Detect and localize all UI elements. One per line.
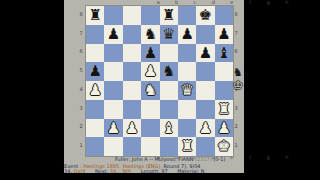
black-bishop-piece: ♝ (217, 44, 230, 63)
file-label-g: g (259, 0, 277, 5)
file-label-h: h (278, 155, 296, 160)
players-title: Fuller, John A -- Mulyoso, FIANN (2317) … (115, 157, 225, 163)
square-d2[interactable] (141, 119, 159, 138)
square-c2[interactable]: ♟ (123, 119, 141, 138)
rank-label-8: 8 (78, 5, 84, 24)
black-pawn-piece: ♟ (88, 62, 101, 81)
square-a4[interactable]: ♟ (86, 81, 104, 100)
square-h6[interactable]: ♝ (215, 44, 233, 63)
file-label-g: g (259, 155, 277, 160)
square-e8[interactable]: ♜ (160, 6, 178, 25)
square-h2[interactable]: ♟ (215, 119, 233, 138)
white-king-turn-icon: ♔ (233, 79, 243, 92)
square-f4[interactable]: ♛ (178, 81, 196, 100)
square-a2[interactable] (86, 119, 104, 138)
letterbox-bottom (0, 173, 320, 180)
letterbox-right (244, 0, 320, 180)
square-a7[interactable] (86, 25, 104, 44)
square-g8[interactable]: ♚ (196, 6, 214, 25)
white-king-piece: ♚ (217, 137, 230, 156)
square-h4[interactable] (215, 81, 233, 100)
chess-board[interactable]: ♜♜♚♟♞♛♟♟♟♟♝♟♟♞♟♞♛♜♟♟♝♟♟♜♚ (85, 5, 234, 157)
square-h7[interactable]: ♟ (215, 25, 233, 44)
square-a3[interactable] (86, 100, 104, 119)
black-queen-piece: ♛ (162, 25, 175, 44)
black-pawn-piece: ♟ (180, 25, 193, 44)
black-pawn-piece: ♟ (144, 44, 157, 63)
square-h5[interactable] (215, 62, 233, 81)
black-pawn-piece: ♟ (107, 25, 120, 44)
square-a5[interactable]: ♟ (86, 62, 104, 81)
square-b2[interactable]: ♟ (104, 119, 122, 138)
white-queen-piece: ♛ (180, 81, 193, 100)
black-rook-piece: ♜ (88, 6, 101, 25)
rank-label-2: 2 (78, 118, 84, 137)
square-a8[interactable]: ♜ (86, 6, 104, 25)
square-b6[interactable] (104, 44, 122, 63)
square-f5[interactable] (178, 62, 196, 81)
white-knight-piece: ♞ (144, 81, 157, 100)
file-label-h: h (278, 0, 296, 5)
rank-label-4: 4 (78, 80, 84, 99)
rank-label-3: 3 (78, 99, 84, 118)
square-e4[interactable] (160, 81, 178, 100)
square-f8[interactable] (178, 6, 196, 25)
letterbox-left (0, 0, 64, 180)
players-title-seg-2: (0-1) (212, 156, 226, 162)
square-h1[interactable]: ♚ (215, 137, 233, 156)
rank-label-1: 1 (78, 136, 84, 155)
white-pawn-piece: ♟ (144, 62, 157, 81)
black-pawn-piece: ♟ (199, 44, 212, 63)
black-knight-piece: ♞ (162, 62, 175, 81)
file-label-f: f (241, 0, 259, 5)
square-f7[interactable]: ♟ (178, 25, 196, 44)
square-h3[interactable]: ♜ (215, 100, 233, 119)
video-frame: abcdefgh abcdefgh 87654321 87654321 ♜♜♚♟… (0, 0, 320, 180)
square-b5[interactable] (104, 62, 122, 81)
square-c1[interactable] (123, 137, 141, 156)
square-g1[interactable] (196, 137, 214, 156)
square-g3[interactable] (196, 100, 214, 119)
square-d4[interactable]: ♞ (141, 81, 159, 100)
square-d5[interactable]: ♟ (141, 62, 159, 81)
square-g4[interactable] (196, 81, 214, 100)
white-pawn-piece: ♟ (107, 119, 120, 138)
square-b3[interactable] (104, 100, 122, 119)
square-f2[interactable] (178, 119, 196, 138)
square-d3[interactable] (141, 100, 159, 119)
white-bishop-piece: ♝ (162, 119, 175, 138)
square-a6[interactable] (86, 44, 104, 63)
square-c8[interactable] (123, 6, 141, 25)
square-b1[interactable] (104, 137, 122, 156)
black-pawn-piece: ♟ (217, 25, 230, 44)
square-b8[interactable] (104, 6, 122, 25)
square-e6[interactable] (160, 44, 178, 63)
square-g6[interactable]: ♟ (196, 44, 214, 63)
square-b4[interactable] (104, 81, 122, 100)
rank-label-6: 6 (78, 43, 84, 62)
white-pawn-piece: ♟ (217, 119, 230, 138)
white-rook-piece: ♜ (180, 137, 193, 156)
square-d7[interactable]: ♞ (141, 25, 159, 44)
square-d6[interactable]: ♟ (141, 44, 159, 63)
square-c6[interactable] (123, 44, 141, 63)
square-e3[interactable] (160, 100, 178, 119)
square-c4[interactable] (123, 81, 141, 100)
white-rook-piece: ♜ (217, 100, 230, 119)
square-f6[interactable] (178, 44, 196, 63)
square-g5[interactable] (196, 62, 214, 81)
white-pawn-piece: ♟ (88, 81, 101, 100)
material-indicator: ♞ ♔ (232, 66, 244, 92)
white-pawn-piece: ♟ (199, 119, 212, 138)
rank-labels-left: 87654321 (78, 5, 84, 155)
black-rook-piece: ♜ (162, 6, 175, 25)
square-f3[interactable] (178, 100, 196, 119)
square-g2[interactable]: ♟ (196, 119, 214, 138)
players-title-seg-1: (2317) (195, 156, 212, 162)
square-e1[interactable] (160, 137, 178, 156)
rank-label-7: 7 (78, 24, 84, 43)
black-knight-piece: ♞ (144, 25, 157, 44)
square-b7[interactable]: ♟ (104, 25, 122, 44)
square-h8[interactable] (215, 6, 233, 25)
square-d1[interactable] (141, 137, 159, 156)
square-d8[interactable] (141, 6, 159, 25)
black-knight-material-icon: ♞ (233, 66, 243, 79)
square-e5[interactable]: ♞ (160, 62, 178, 81)
white-pawn-piece: ♟ (125, 119, 138, 138)
square-c7[interactable] (123, 25, 141, 44)
rank-label-5: 5 (78, 61, 84, 80)
players-title-seg-0: Fuller, John A -- Mulyoso, FIANN (115, 156, 195, 162)
square-c3[interactable] (123, 100, 141, 119)
square-a1[interactable] (86, 137, 104, 156)
square-g7[interactable] (196, 25, 214, 44)
square-c5[interactable] (123, 62, 141, 81)
square-e2[interactable]: ♝ (160, 119, 178, 138)
square-e7[interactable]: ♛ (160, 25, 178, 44)
file-label-f: f (241, 155, 259, 160)
black-king-piece: ♚ (199, 6, 212, 25)
square-f1[interactable]: ♜ (178, 137, 196, 156)
